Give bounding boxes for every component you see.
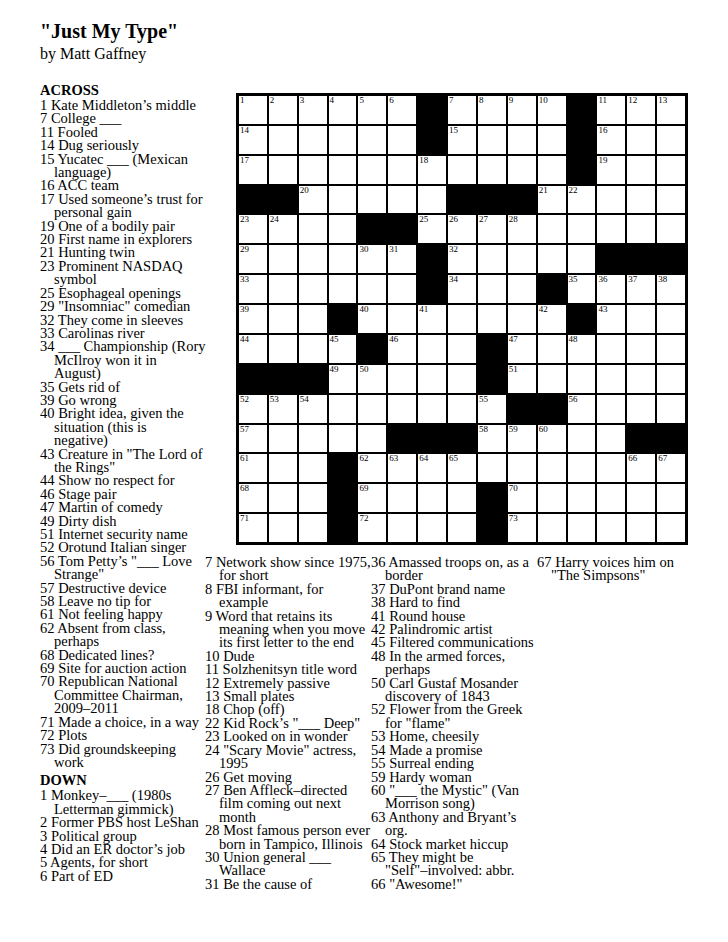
grid-cell-r2c2[interactable] xyxy=(268,125,298,155)
grid-cell-r8c6[interactable] xyxy=(387,304,417,334)
grid-cell-r9c15[interactable] xyxy=(656,334,686,364)
grid-cell-r14c6[interactable] xyxy=(387,483,417,513)
cell-number: 72 xyxy=(359,513,368,523)
grid-cell-r14c7[interactable] xyxy=(417,483,447,513)
black-square-r8c4 xyxy=(328,304,358,334)
black-square-r11c10 xyxy=(507,394,537,424)
grid-cell-r5c15[interactable] xyxy=(656,214,686,244)
grid-cell-r11c12[interactable]: 56 xyxy=(567,394,597,424)
grid-cell-r14c14[interactable] xyxy=(626,483,656,513)
down-clue-28: 28 Most famous person everborn in Tampic… xyxy=(205,824,371,851)
cell-number: 34 xyxy=(449,274,458,284)
grid-cell-r5c7[interactable]: 25 xyxy=(417,214,447,244)
down-clue-list-1: 1 Monkey–___ (1980sLetterman gimmick)2 F… xyxy=(40,789,206,883)
grid-cell-r1c10[interactable]: 9 xyxy=(507,95,537,125)
grid-cell-r12c13[interactable] xyxy=(596,424,626,454)
grid-cell-r12c2[interactable] xyxy=(268,424,298,454)
grid-cell-r1c14[interactable]: 12 xyxy=(626,95,656,125)
cell-number: 14 xyxy=(240,125,249,135)
grid-cell-r5c4[interactable] xyxy=(328,214,358,244)
grid-cell-r6c1[interactable]: 29 xyxy=(238,244,268,274)
grid-cell-r15c5[interactable]: 72 xyxy=(357,513,387,543)
grid-cell-r11c2[interactable]: 53 xyxy=(268,394,298,424)
grid-cell-r13c15[interactable]: 67 xyxy=(656,453,686,483)
grid-cell-r13c2[interactable] xyxy=(268,453,298,483)
grid-cell-r7c5[interactable] xyxy=(357,274,387,304)
grid-cell-r11c6[interactable] xyxy=(387,394,417,424)
grid-cell-r15c7[interactable] xyxy=(417,513,447,543)
grid-cell-r8c3[interactable] xyxy=(298,304,328,334)
down-clue-27: 27 Ben Affleck–directedfilm coming out n… xyxy=(205,784,371,824)
across-clue-34: 34 ___ Championship (RoryMcIlroy won it … xyxy=(40,340,206,380)
grid-cell-r9c2[interactable] xyxy=(268,334,298,364)
grid-cell-r6c11[interactable] xyxy=(537,244,567,274)
cell-number: 46 xyxy=(389,334,398,344)
grid-cell-r5c9[interactable]: 27 xyxy=(477,214,507,244)
grid-cell-r3c10[interactable] xyxy=(507,155,537,185)
grid-cell-r1c2[interactable]: 2 xyxy=(268,95,298,125)
grid-cell-r4c4[interactable] xyxy=(328,185,358,215)
black-square-r10c2 xyxy=(268,364,298,394)
grid-cell-r8c7[interactable]: 41 xyxy=(417,304,447,334)
grid-cell-r13c10[interactable] xyxy=(507,453,537,483)
cell-number: 67 xyxy=(658,453,667,463)
grid-cell-r7c15[interactable]: 38 xyxy=(656,274,686,304)
grid-cell-r15c15[interactable] xyxy=(656,513,686,543)
grid-cell-r1c4[interactable]: 4 xyxy=(328,95,358,125)
grid-cell-r9c10[interactable]: 47 xyxy=(507,334,537,364)
grid-cell-r7c13[interactable]: 36 xyxy=(596,274,626,304)
grid-cell-r9c4[interactable]: 45 xyxy=(328,334,358,364)
grid-cell-r13c9[interactable] xyxy=(477,453,507,483)
black-square-r15c9 xyxy=(477,513,507,543)
grid-cell-r8c2[interactable] xyxy=(268,304,298,334)
grid-cell-r10c13[interactable] xyxy=(596,364,626,394)
black-square-r9c5 xyxy=(357,334,387,364)
grid-cell-r1c8[interactable]: 7 xyxy=(447,95,477,125)
black-square-r4c2 xyxy=(268,185,298,215)
black-square-r14c4 xyxy=(328,483,358,513)
grid-cell-r2c11[interactable] xyxy=(537,125,567,155)
grid-cell-r3c13[interactable]: 19 xyxy=(596,155,626,185)
grid-cell-r1c5[interactable]: 5 xyxy=(357,95,387,125)
black-square-r6c13 xyxy=(596,244,626,274)
down-clue-65: 65 They might be"Self"–involved: abbr. xyxy=(371,851,534,878)
grid-cell-r14c13[interactable] xyxy=(596,483,626,513)
grid-cell-r10c14[interactable] xyxy=(626,364,656,394)
grid-cell-r4c14[interactable] xyxy=(626,185,656,215)
across-clue-70: 70 Republican NationalCommittee Chairman… xyxy=(40,675,206,715)
grid-cell-r3c14[interactable] xyxy=(626,155,656,185)
cell-number: 41 xyxy=(419,304,428,314)
cell-number: 69 xyxy=(359,483,368,493)
cell-number: 62 xyxy=(359,453,368,463)
grid-cell-r8c13[interactable]: 43 xyxy=(596,304,626,334)
grid-cell-r6c2[interactable] xyxy=(268,244,298,274)
grid-cell-r10c12[interactable] xyxy=(567,364,597,394)
grid-cell-r13c13[interactable] xyxy=(596,453,626,483)
grid-cell-r10c5[interactable]: 50 xyxy=(357,364,387,394)
grid-cell-r3c5[interactable] xyxy=(357,155,387,185)
grid-cell-r8c14[interactable] xyxy=(626,304,656,334)
cell-number: 55 xyxy=(479,394,488,404)
grid-cell-r10c10[interactable]: 51 xyxy=(507,364,537,394)
grid-cell-r3c8[interactable] xyxy=(447,155,477,185)
grid-cell-r7c14[interactable]: 37 xyxy=(626,274,656,304)
grid-cell-r15c12[interactable] xyxy=(567,513,597,543)
grid-cell-r11c5[interactable] xyxy=(357,394,387,424)
grid-cell-r14c15[interactable] xyxy=(656,483,686,513)
grid-cell-r3c1[interactable]: 17 xyxy=(238,155,268,185)
grid-cell-r1c15[interactable]: 13 xyxy=(656,95,686,125)
grid-cell-r5c12[interactable] xyxy=(567,214,597,244)
grid-cell-r6c12[interactable] xyxy=(567,244,597,274)
grid-cell-r11c13[interactable] xyxy=(596,394,626,424)
grid-cell-r4c15[interactable] xyxy=(656,185,686,215)
grid-cell-r9c12[interactable]: 48 xyxy=(567,334,597,364)
grid-cell-r2c3[interactable] xyxy=(298,125,328,155)
grid-cell-r9c8[interactable] xyxy=(447,334,477,364)
cell-number: 36 xyxy=(598,274,607,284)
grid-cell-r4c6[interactable] xyxy=(387,185,417,215)
grid-cell-r15c13[interactable] xyxy=(596,513,626,543)
grid-cell-r6c6[interactable]: 31 xyxy=(387,244,417,274)
grid-cell-r8c11[interactable]: 42 xyxy=(537,304,567,334)
grid-cell-r2c5[interactable] xyxy=(357,125,387,155)
grid-cell-r9c7[interactable] xyxy=(417,334,447,364)
grid-cell-r3c11[interactable] xyxy=(537,155,567,185)
grid-cell-r7c6[interactable] xyxy=(387,274,417,304)
down-clue-6: 6 Part of ED xyxy=(40,870,206,883)
black-square-r6c14 xyxy=(626,244,656,274)
grid-cell-r14c3[interactable] xyxy=(298,483,328,513)
grid-cell-r1c9[interactable]: 8 xyxy=(477,95,507,125)
grid-cell-r2c13[interactable]: 16 xyxy=(596,125,626,155)
grid-cell-r3c3[interactable] xyxy=(298,155,328,185)
across-clue-40: 40 Bright idea, given thesituation (this… xyxy=(40,407,206,447)
cell-number: 24 xyxy=(270,214,279,224)
cell-number: 56 xyxy=(569,394,578,404)
cell-number: 59 xyxy=(509,424,518,434)
cell-number: 9 xyxy=(509,95,514,105)
grid-cell-r15c2[interactable] xyxy=(268,513,298,543)
grid-cell-r14c8[interactable] xyxy=(447,483,477,513)
grid-cell-r6c4[interactable] xyxy=(328,244,358,274)
cell-number: 28 xyxy=(509,214,518,224)
cell-number: 18 xyxy=(419,155,428,165)
down-clue-63: 63 Anthony and Bryant’sorg. xyxy=(371,811,534,838)
black-square-r11c11 xyxy=(537,394,567,424)
cell-number: 60 xyxy=(539,424,548,434)
down-clue-60: 60 "___ the Mystic" (VanMorrison song) xyxy=(371,784,534,811)
grid-cell-r8c10[interactable] xyxy=(507,304,537,334)
grid-cell-r10c7[interactable] xyxy=(417,364,447,394)
cell-number: 19 xyxy=(598,155,607,165)
grid-cell-r13c12[interactable] xyxy=(567,453,597,483)
grid-cell-r5c1[interactable]: 23 xyxy=(238,214,268,244)
grid-cell-r9c14[interactable] xyxy=(626,334,656,364)
grid-cell-r13c11[interactable] xyxy=(537,453,567,483)
crossword-grid: 1234567891011121314151617181920212223242… xyxy=(236,93,688,545)
grid-cell-r11c14[interactable] xyxy=(626,394,656,424)
grid-cell-r12c9[interactable]: 58 xyxy=(477,424,507,454)
grid-cell-r7c1[interactable]: 33 xyxy=(238,274,268,304)
across-clue-23: 23 Prominent NASDAQsymbol xyxy=(40,260,206,287)
across-header: ACROSS xyxy=(40,83,206,98)
grid-cell-r15c6[interactable] xyxy=(387,513,417,543)
cell-number: 66 xyxy=(628,453,637,463)
cell-number: 10 xyxy=(539,95,548,105)
grid-cell-r13c8[interactable]: 65 xyxy=(447,453,477,483)
grid-cell-r11c4[interactable] xyxy=(328,394,358,424)
grid-cell-r12c4[interactable] xyxy=(328,424,358,454)
grid-cell-r5c10[interactable]: 28 xyxy=(507,214,537,244)
cell-number: 32 xyxy=(449,244,458,254)
cell-number: 30 xyxy=(359,244,368,254)
down-clue-31: 31 Be the cause of xyxy=(205,878,371,891)
grid-cell-r11c8[interactable] xyxy=(447,394,477,424)
grid-cell-r6c9[interactable] xyxy=(477,244,507,274)
cell-number: 23 xyxy=(240,214,249,224)
grid-cell-r7c9[interactable] xyxy=(477,274,507,304)
grid-cell-r10c4[interactable]: 49 xyxy=(328,364,358,394)
grid-cell-r1c11[interactable]: 10 xyxy=(537,95,567,125)
black-square-r2c7 xyxy=(417,125,447,155)
grid-cell-r14c5[interactable]: 69 xyxy=(357,483,387,513)
grid-cell-r10c15[interactable] xyxy=(656,364,686,394)
cell-number: 5 xyxy=(359,95,364,105)
grid-cell-r14c1[interactable]: 68 xyxy=(238,483,268,513)
cell-number: 13 xyxy=(658,95,667,105)
cell-number: 39 xyxy=(240,304,249,314)
grid-cell-r13c5[interactable]: 62 xyxy=(357,453,387,483)
down-clue-list-3: 36 Amassed troops on, as aborder37 DuPon… xyxy=(371,556,534,891)
grid-cell-r3c9[interactable] xyxy=(477,155,507,185)
down-clue-67: 67 Harry voices him on"The Simpsons" xyxy=(537,556,674,583)
grid-cell-r7c12[interactable]: 35 xyxy=(567,274,597,304)
grid-cell-r1c13[interactable]: 11 xyxy=(596,95,626,125)
across-clue-56: 56 Tom Petty’s "___ LoveStrange" xyxy=(40,555,206,582)
grid-cell-r9c13[interactable] xyxy=(596,334,626,364)
grid-cell-r3c7[interactable]: 18 xyxy=(417,155,447,185)
grid-cell-r6c10[interactable] xyxy=(507,244,537,274)
grid-cell-r4c11[interactable]: 21 xyxy=(537,185,567,215)
cell-number: 29 xyxy=(240,244,249,254)
grid-cell-r13c14[interactable]: 66 xyxy=(626,453,656,483)
grid-cell-r8c5[interactable]: 40 xyxy=(357,304,387,334)
grid-cell-r6c8[interactable]: 32 xyxy=(447,244,477,274)
black-square-r12c15 xyxy=(656,424,686,454)
black-square-r4c8 xyxy=(447,185,477,215)
grid-cell-r10c6[interactable] xyxy=(387,364,417,394)
cell-number: 65 xyxy=(449,453,458,463)
down-clue-36: 36 Amassed troops on, as aborder xyxy=(371,556,534,583)
grid-cell-r13c7[interactable]: 64 xyxy=(417,453,447,483)
grid-cell-r1c3[interactable]: 3 xyxy=(298,95,328,125)
cell-number: 2 xyxy=(270,95,275,105)
grid-cell-r3c4[interactable] xyxy=(328,155,358,185)
black-square-r10c9 xyxy=(477,364,507,394)
black-square-r12c8 xyxy=(447,424,477,454)
grid-cell-r14c10[interactable]: 70 xyxy=(507,483,537,513)
black-square-r12c14 xyxy=(626,424,656,454)
grid-cell-r11c3[interactable]: 54 xyxy=(298,394,328,424)
grid-cell-r9c1[interactable]: 44 xyxy=(238,334,268,364)
cell-number: 8 xyxy=(479,95,484,105)
grid-cell-r2c10[interactable] xyxy=(507,125,537,155)
grid-cell-r13c1[interactable]: 61 xyxy=(238,453,268,483)
cell-number: 4 xyxy=(330,95,335,105)
cell-number: 31 xyxy=(389,244,398,254)
grid-cell-r8c15[interactable] xyxy=(656,304,686,334)
grid-cell-r10c11[interactable] xyxy=(537,364,567,394)
black-square-r10c1 xyxy=(238,364,268,394)
down-clue-list-4: 67 Harry voices him on"The Simpsons" xyxy=(537,556,674,583)
left-clue-column: ACROSS 1 Kate Middleton’s middle7 Colleg… xyxy=(40,83,206,883)
grid-cell-r14c2[interactable] xyxy=(268,483,298,513)
grid-cell-r15c3[interactable] xyxy=(298,513,328,543)
cell-number: 61 xyxy=(240,453,249,463)
grid-cell-r15c11[interactable] xyxy=(537,513,567,543)
grid-cell-r7c2[interactable] xyxy=(268,274,298,304)
cell-number: 40 xyxy=(359,304,368,314)
grid-cell-r11c9[interactable]: 55 xyxy=(477,394,507,424)
across-clue-43: 43 Creature in "The Lord ofthe Rings" xyxy=(40,448,206,475)
grid-cell-r2c8[interactable]: 15 xyxy=(447,125,477,155)
grid-cell-r9c11[interactable] xyxy=(537,334,567,364)
grid-cell-r7c4[interactable] xyxy=(328,274,358,304)
grid-cell-r11c15[interactable] xyxy=(656,394,686,424)
grid-cell-r8c8[interactable] xyxy=(447,304,477,334)
puzzle-title: "Just My Type" xyxy=(40,20,178,43)
grid-cell-r8c9[interactable] xyxy=(477,304,507,334)
grid-cell-r4c13[interactable] xyxy=(596,185,626,215)
grid-cell-r15c14[interactable] xyxy=(626,513,656,543)
cell-number: 26 xyxy=(449,214,458,224)
cell-number: 53 xyxy=(270,394,279,404)
grid-cell-r12c5[interactable] xyxy=(357,424,387,454)
black-square-r5c6 xyxy=(387,214,417,244)
grid-cell-r8c1[interactable]: 39 xyxy=(238,304,268,334)
grid-cell-r15c1[interactable]: 71 xyxy=(238,513,268,543)
grid-cell-r5c14[interactable] xyxy=(626,214,656,244)
cell-number: 33 xyxy=(240,274,249,284)
grid-cell-r9c6[interactable]: 46 xyxy=(387,334,417,364)
cell-number: 12 xyxy=(628,95,637,105)
grid-cell-r2c9[interactable] xyxy=(477,125,507,155)
cell-number: 43 xyxy=(598,304,607,314)
cell-number: 54 xyxy=(300,394,309,404)
grid-cell-r4c7[interactable] xyxy=(417,185,447,215)
cell-number: 27 xyxy=(479,214,488,224)
black-square-r9c9 xyxy=(477,334,507,364)
cell-number: 63 xyxy=(389,453,398,463)
cell-number: 17 xyxy=(240,155,249,165)
cell-number: 50 xyxy=(359,364,368,374)
grid-cell-r13c3[interactable] xyxy=(298,453,328,483)
grid-cell-r9c3[interactable] xyxy=(298,334,328,364)
black-square-r10c3 xyxy=(298,364,328,394)
grid-cell-r1c1[interactable]: 1 xyxy=(238,95,268,125)
grid-cell-r7c8[interactable]: 34 xyxy=(447,274,477,304)
black-square-r8c12 xyxy=(567,304,597,334)
grid-cell-r12c12[interactable] xyxy=(567,424,597,454)
grid-cell-r2c4[interactable] xyxy=(328,125,358,155)
cell-number: 71 xyxy=(240,513,249,523)
grid-cell-r6c3[interactable] xyxy=(298,244,328,274)
grid-cell-r11c1[interactable]: 52 xyxy=(238,394,268,424)
cell-number: 44 xyxy=(240,334,249,344)
down-clue-24: 24 "Scary Movie" actress,1995 xyxy=(205,744,371,771)
black-square-r7c7 xyxy=(417,274,447,304)
title-block: "Just My Type" by Matt Gaffney xyxy=(40,20,178,63)
grid-cell-r15c8[interactable] xyxy=(447,513,477,543)
black-square-r15c4 xyxy=(328,513,358,543)
grid-cell-r3c15[interactable] xyxy=(656,155,686,185)
grid-cell-r11c7[interactable] xyxy=(417,394,447,424)
grid-cell-r12c1[interactable]: 57 xyxy=(238,424,268,454)
black-square-r7c11 xyxy=(537,274,567,304)
grid-cell-r4c5[interactable] xyxy=(357,185,387,215)
grid-cell-r12c3[interactable] xyxy=(298,424,328,454)
grid-cell-r6c5[interactable]: 30 xyxy=(357,244,387,274)
grid-cell-r13c6[interactable]: 63 xyxy=(387,453,417,483)
cell-number: 7 xyxy=(449,95,454,105)
down-clue-66: 66 "Awesome!" xyxy=(371,878,534,891)
grid-cell-r12c10[interactable]: 59 xyxy=(507,424,537,454)
down-clue-list-2: 7 Network show since 1975,for short8 FBI… xyxy=(205,556,371,891)
grid-cell-r2c14[interactable] xyxy=(626,125,656,155)
black-square-r12c6 xyxy=(387,424,417,454)
cell-number: 25 xyxy=(419,214,428,224)
cell-number: 48 xyxy=(569,334,578,344)
grid-cell-r3c6[interactable] xyxy=(387,155,417,185)
grid-cell-r3c2[interactable] xyxy=(268,155,298,185)
grid-cell-r10c8[interactable] xyxy=(447,364,477,394)
grid-cell-r2c1[interactable]: 14 xyxy=(238,125,268,155)
cell-number: 47 xyxy=(509,334,518,344)
grid-cell-r5c13[interactable] xyxy=(596,214,626,244)
down-clue-52: 52 Flower from the Greekfor "flame" xyxy=(371,703,534,730)
cell-number: 45 xyxy=(330,334,339,344)
grid-cell-r4c3[interactable]: 20 xyxy=(298,185,328,215)
grid-cell-r2c15[interactable] xyxy=(656,125,686,155)
black-square-r14c9 xyxy=(477,483,507,513)
crossword-page: "Just My Type" by Matt Gaffney 123456789… xyxy=(0,0,728,942)
grid-cell-r15c10[interactable]: 73 xyxy=(507,513,537,543)
grid-cell-r14c11[interactable] xyxy=(537,483,567,513)
black-square-r1c7 xyxy=(417,95,447,125)
cell-number: 51 xyxy=(509,364,518,374)
cell-number: 68 xyxy=(240,483,249,493)
grid-cell-r5c2[interactable]: 24 xyxy=(268,214,298,244)
grid-cell-r5c8[interactable]: 26 xyxy=(447,214,477,244)
grid-cell-r14c12[interactable] xyxy=(567,483,597,513)
grid-cell-r4c12[interactable]: 22 xyxy=(567,185,597,215)
grid-cell-r7c3[interactable] xyxy=(298,274,328,304)
black-square-r6c7 xyxy=(417,244,447,274)
grid-cell-r7c10[interactable] xyxy=(507,274,537,304)
grid-cell-r2c6[interactable] xyxy=(387,125,417,155)
grid-cell-r5c3[interactable] xyxy=(298,214,328,244)
cell-number: 21 xyxy=(539,185,548,195)
grid-cell-r12c11[interactable]: 60 xyxy=(537,424,567,454)
cell-number: 57 xyxy=(240,424,249,434)
grid-cell-r1c6[interactable]: 6 xyxy=(387,95,417,125)
down-clue-30: 30 Union general ___Wallace xyxy=(205,851,371,878)
across-clue-62: 62 Absent from class,perhaps xyxy=(40,622,206,649)
grid-cell-r5c11[interactable] xyxy=(537,214,567,244)
